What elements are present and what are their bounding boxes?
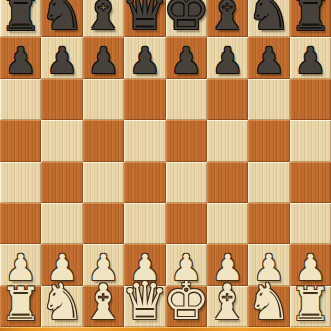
square-d4[interactable] <box>124 162 165 203</box>
square-a4[interactable] <box>0 162 41 203</box>
square-f6[interactable] <box>207 79 248 120</box>
square-e4[interactable] <box>166 162 207 203</box>
square-h6[interactable] <box>290 79 331 120</box>
square-c8[interactable]: ♝ <box>83 0 124 37</box>
square-b8[interactable]: ♞ <box>41 0 82 37</box>
square-g6[interactable] <box>248 79 289 120</box>
square-a5[interactable] <box>0 120 41 161</box>
square-d8[interactable]: ♛ <box>124 0 165 37</box>
square-h8[interactable]: ♜ <box>290 0 331 37</box>
square-b1[interactable]: ♞ <box>41 286 82 327</box>
piece-white-king[interactable]: ♚ <box>163 275 210 327</box>
square-c4[interactable] <box>83 162 124 203</box>
piece-black-queen[interactable]: ♛ <box>122 0 169 37</box>
square-d1[interactable]: ♛ <box>124 286 165 327</box>
square-e8[interactable]: ♚ <box>166 0 207 37</box>
chess-app-board-view: ♜♞♝♛♚♝♞♜♟♟♟♟♟♟♟♟♟♟♟♟♟♟♟♟♜♞♝♛♚♝♞♜ <box>0 0 331 331</box>
piece-black-knight[interactable]: ♞ <box>40 0 85 37</box>
piece-white-bishop[interactable]: ♝ <box>206 278 250 327</box>
square-d3[interactable] <box>124 203 165 244</box>
square-c3[interactable] <box>83 203 124 244</box>
square-h1[interactable]: ♜ <box>290 286 331 327</box>
piece-black-pawn[interactable]: ♟ <box>87 43 119 79</box>
piece-black-pawn[interactable]: ♟ <box>129 43 161 79</box>
square-e3[interactable] <box>166 203 207 244</box>
square-f3[interactable] <box>207 203 248 244</box>
piece-white-bishop[interactable]: ♝ <box>81 278 125 327</box>
piece-white-knight[interactable]: ♞ <box>40 277 85 327</box>
piece-black-pawn[interactable]: ♟ <box>253 43 285 79</box>
square-e6[interactable] <box>166 79 207 120</box>
square-g8[interactable]: ♞ <box>248 0 289 37</box>
piece-black-pawn[interactable]: ♟ <box>46 43 78 79</box>
square-a1[interactable]: ♜ <box>0 286 41 327</box>
piece-white-rook[interactable]: ♜ <box>0 281 41 327</box>
square-d7[interactable]: ♟ <box>124 37 165 78</box>
square-b3[interactable] <box>41 203 82 244</box>
square-h3[interactable] <box>290 203 331 244</box>
piece-black-pawn[interactable]: ♟ <box>211 43 243 79</box>
square-f7[interactable]: ♟ <box>207 37 248 78</box>
piece-black-pawn[interactable]: ♟ <box>294 43 326 79</box>
piece-black-bishop[interactable]: ♝ <box>81 0 125 37</box>
square-g3[interactable] <box>248 203 289 244</box>
piece-black-pawn[interactable]: ♟ <box>5 43 37 79</box>
square-f5[interactable] <box>207 120 248 161</box>
piece-black-king[interactable]: ♚ <box>163 0 210 37</box>
board-bottom-edge <box>0 327 331 331</box>
piece-black-knight[interactable]: ♞ <box>247 0 292 37</box>
square-a6[interactable] <box>0 79 41 120</box>
square-a8[interactable]: ♜ <box>0 0 41 37</box>
square-d5[interactable] <box>124 120 165 161</box>
square-b5[interactable] <box>41 120 82 161</box>
square-e1[interactable]: ♚ <box>166 286 207 327</box>
square-h5[interactable] <box>290 120 331 161</box>
square-c7[interactable]: ♟ <box>83 37 124 78</box>
square-c6[interactable] <box>83 79 124 120</box>
square-c1[interactable]: ♝ <box>83 286 124 327</box>
square-e5[interactable] <box>166 120 207 161</box>
square-b6[interactable] <box>41 79 82 120</box>
square-c5[interactable] <box>83 120 124 161</box>
piece-black-bishop[interactable]: ♝ <box>206 0 250 37</box>
square-f8[interactable]: ♝ <box>207 0 248 37</box>
piece-white-knight[interactable]: ♞ <box>247 277 292 327</box>
square-d6[interactable] <box>124 79 165 120</box>
square-f1[interactable]: ♝ <box>207 286 248 327</box>
square-g7[interactable]: ♟ <box>248 37 289 78</box>
square-h4[interactable] <box>290 162 331 203</box>
square-g1[interactable]: ♞ <box>248 286 289 327</box>
square-a3[interactable] <box>0 203 41 244</box>
piece-white-queen[interactable]: ♛ <box>122 275 169 327</box>
square-a7[interactable]: ♟ <box>0 37 41 78</box>
square-e7[interactable]: ♟ <box>166 37 207 78</box>
square-b4[interactable] <box>41 162 82 203</box>
piece-black-rook[interactable]: ♜ <box>290 0 331 37</box>
square-f4[interactable] <box>207 162 248 203</box>
chess-board: ♜♞♝♛♚♝♞♜♟♟♟♟♟♟♟♟♟♟♟♟♟♟♟♟♜♞♝♛♚♝♞♜ <box>0 0 331 327</box>
square-g5[interactable] <box>248 120 289 161</box>
square-g4[interactable] <box>248 162 289 203</box>
piece-white-rook[interactable]: ♜ <box>290 281 331 327</box>
piece-black-pawn[interactable]: ♟ <box>170 43 202 79</box>
square-h7[interactable]: ♟ <box>290 37 331 78</box>
square-b7[interactable]: ♟ <box>41 37 82 78</box>
piece-black-rook[interactable]: ♜ <box>0 0 41 37</box>
